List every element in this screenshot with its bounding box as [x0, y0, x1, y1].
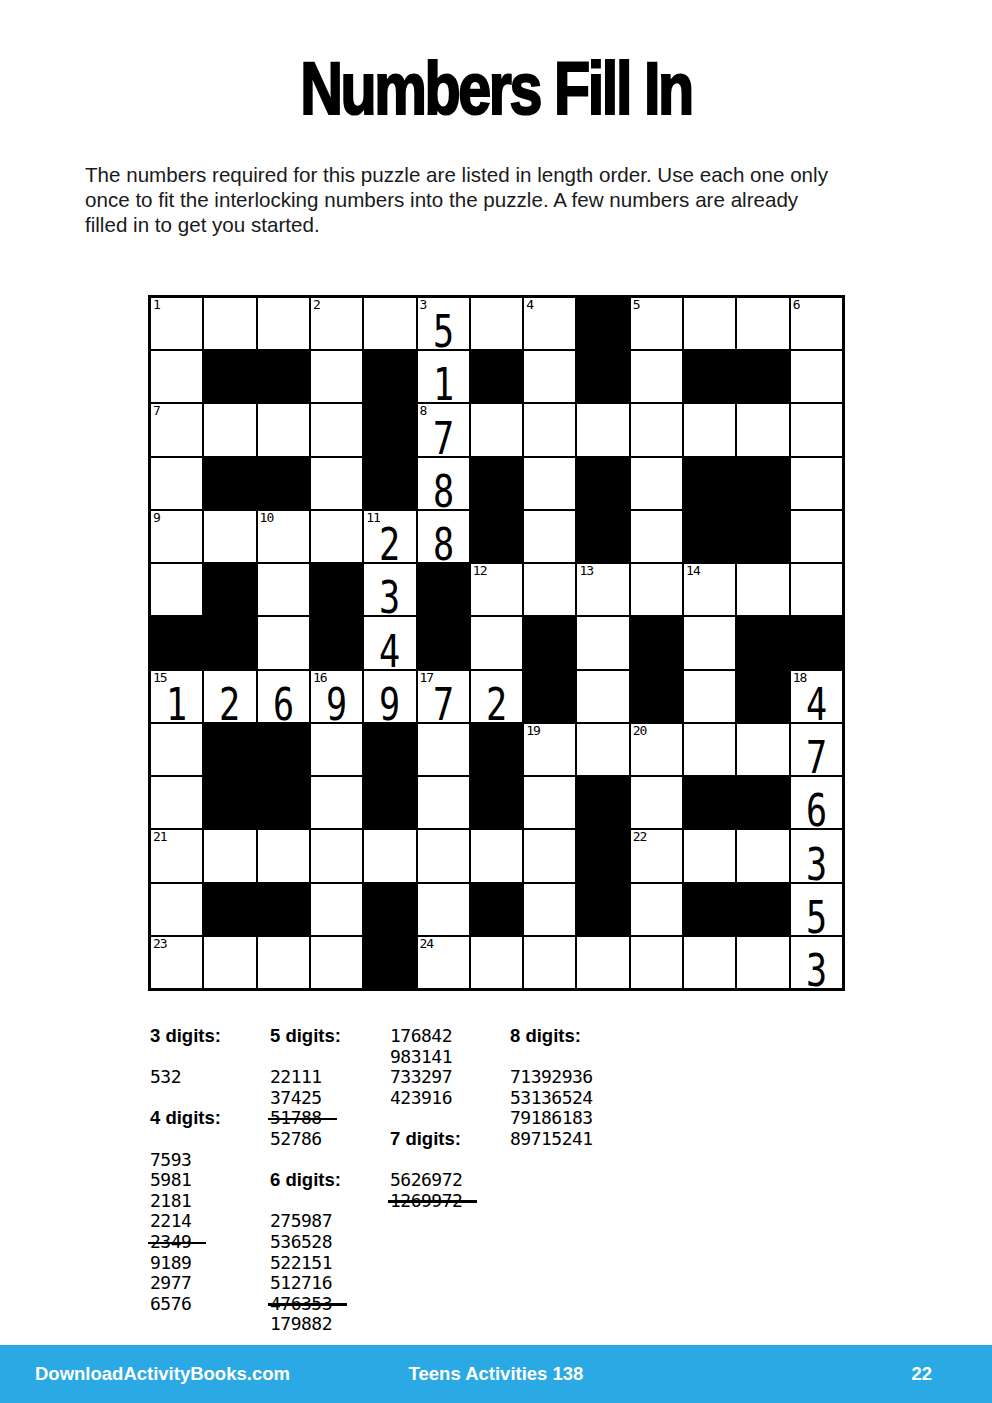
- grid-cell[interactable]: 13: [577, 564, 628, 615]
- number-lists: 3 digits:5324 digits:7593598121812214234…: [150, 1026, 630, 1335]
- list-number-text: 71392936: [510, 1067, 593, 1088]
- block-cell: [364, 724, 415, 775]
- grid-cell[interactable]: [684, 830, 735, 881]
- grid-cell[interactable]: [737, 564, 788, 615]
- grid-cell[interactable]: [311, 724, 362, 775]
- grid-cell[interactable]: 23: [151, 937, 202, 988]
- grid-cell[interactable]: [151, 724, 202, 775]
- grid-cell[interactable]: 5: [631, 298, 682, 349]
- list-number-text: 51788: [270, 1108, 322, 1129]
- block-cell: [258, 351, 309, 402]
- number-list-item: 179882: [270, 1314, 390, 1335]
- grid-cell[interactable]: [471, 404, 522, 455]
- grid-cell[interactable]: [524, 511, 575, 562]
- list-number-text: 983141: [390, 1047, 452, 1068]
- number-list-item: [390, 1150, 510, 1171]
- grid-cell[interactable]: [737, 404, 788, 455]
- puzzle-page: Numbers Fill In The numbers required for…: [0, 0, 992, 1403]
- grid-cell[interactable]: [737, 937, 788, 988]
- number-list-item: 79186183: [510, 1108, 630, 1129]
- list-number-text: 176842: [390, 1026, 452, 1047]
- number-list-header: 4 digits:: [150, 1108, 270, 1129]
- grid-cell[interactable]: 21: [151, 830, 202, 881]
- grid-cell[interactable]: [311, 351, 362, 402]
- list-number-text: 522151: [270, 1253, 332, 1274]
- block-cell: [737, 777, 788, 828]
- number-list-item: 423916: [390, 1088, 510, 1109]
- grid-cell[interactable]: 8: [418, 458, 469, 509]
- grid-cell[interactable]: 3: [791, 830, 842, 881]
- grid-cell[interactable]: [258, 830, 309, 881]
- number-list-item: 53136524: [510, 1088, 630, 1109]
- list-number-text: 2349: [150, 1232, 191, 1253]
- prefilled-digit: 5: [796, 895, 836, 940]
- grid-cell[interactable]: [524, 830, 575, 881]
- number-list-column: 3 digits:5324 digits:7593598121812214234…: [150, 1026, 270, 1335]
- number-list-item: 2214: [150, 1211, 270, 1232]
- grid-cell[interactable]: [524, 458, 575, 509]
- clue-number: 13: [579, 564, 593, 579]
- grid-cell[interactable]: 10: [258, 511, 309, 562]
- grid-cell[interactable]: [791, 564, 842, 615]
- grid-cell[interactable]: [631, 937, 682, 988]
- number-list-item: [510, 1047, 630, 1068]
- prefilled-digit: 9: [370, 682, 410, 727]
- number-list-item: [270, 1150, 390, 1171]
- grid-cell[interactable]: [471, 617, 522, 668]
- block-cell: [204, 564, 255, 615]
- grid-cell[interactable]: [204, 404, 255, 455]
- grid-cell[interactable]: 2: [471, 671, 522, 722]
- grid-cell[interactable]: 6: [791, 298, 842, 349]
- block-cell: [311, 617, 362, 668]
- list-number-text: 476353: [270, 1294, 332, 1315]
- grid-cell[interactable]: [204, 937, 255, 988]
- block-cell: [364, 458, 415, 509]
- block-cell: [791, 617, 842, 668]
- number-list-header: 5 digits:: [270, 1026, 390, 1047]
- grid-cell[interactable]: [258, 404, 309, 455]
- list-number-text: 37425: [270, 1088, 322, 1109]
- block-cell: [258, 884, 309, 935]
- grid-cell[interactable]: 5: [791, 884, 842, 935]
- grid-cell[interactable]: 3: [791, 937, 842, 988]
- grid-cell[interactable]: [631, 404, 682, 455]
- grid-cell[interactable]: [524, 937, 575, 988]
- grid-cell[interactable]: [311, 458, 362, 509]
- grid-cell[interactable]: 2: [311, 298, 362, 349]
- list-number-text: 79186183: [510, 1108, 593, 1129]
- list-number-text: 179882: [270, 1314, 332, 1335]
- grid-cell[interactable]: [524, 351, 575, 402]
- grid-cell[interactable]: [577, 724, 628, 775]
- number-list-item: [270, 1047, 390, 1068]
- footer-page-number: 22: [911, 1363, 932, 1385]
- block-cell: [737, 351, 788, 402]
- list-header-text: 5 digits:: [270, 1026, 341, 1047]
- grid-cell[interactable]: 20: [631, 724, 682, 775]
- block-cell: [684, 458, 735, 509]
- grid-cell[interactable]: 1: [418, 351, 469, 402]
- grid-cell[interactable]: [684, 617, 735, 668]
- puzzle-grid: 1235456178789101128312131441512616991772…: [148, 295, 845, 991]
- grid-cell[interactable]: [791, 511, 842, 562]
- clue-number: 19: [526, 724, 540, 739]
- list-number-text: 9189: [150, 1253, 191, 1274]
- block-cell: [577, 511, 628, 562]
- prefilled-digit: 2: [370, 522, 410, 567]
- grid-cell[interactable]: [151, 777, 202, 828]
- grid-cell[interactable]: [524, 404, 575, 455]
- number-list-item: 89715241: [510, 1129, 630, 1150]
- number-list-item: 176842: [390, 1026, 510, 1047]
- prefilled-digit: 2: [476, 682, 516, 727]
- clue-number: 7: [153, 404, 160, 419]
- list-number-text: 89715241: [510, 1129, 593, 1150]
- footer-website: DownloadActivityBooks.com: [35, 1363, 290, 1385]
- grid-cell[interactable]: [418, 830, 469, 881]
- grid-cell[interactable]: [204, 830, 255, 881]
- grid-cell[interactable]: [471, 830, 522, 881]
- number-list-item: 6576: [150, 1294, 270, 1315]
- number-list-item: [270, 1191, 390, 1212]
- footer-book-title: Teens Activities 138: [409, 1363, 584, 1385]
- block-cell: [364, 884, 415, 935]
- block-cell: [471, 884, 522, 935]
- grid-cell[interactable]: [684, 724, 735, 775]
- list-number-text: 532: [150, 1067, 181, 1088]
- grid-cell[interactable]: [471, 937, 522, 988]
- clue-number: 20: [633, 724, 647, 739]
- grid-cell[interactable]: [311, 884, 362, 935]
- grid-cell[interactable]: 8: [418, 511, 469, 562]
- grid-cell[interactable]: [684, 937, 735, 988]
- list-number-text: 53136524: [510, 1088, 593, 1109]
- grid-cell[interactable]: [364, 298, 415, 349]
- prefilled-digit: 8: [423, 522, 463, 567]
- block-cell: [204, 777, 255, 828]
- list-number-text: 1269972: [390, 1191, 462, 1212]
- grid-cell[interactable]: [524, 564, 575, 615]
- list-number-text: 52786: [270, 1129, 322, 1150]
- grid-cell[interactable]: [791, 351, 842, 402]
- block-cell: [684, 884, 735, 935]
- grid-cell[interactable]: 169: [311, 671, 362, 722]
- grid-cell[interactable]: [631, 564, 682, 615]
- clue-number: 23: [153, 937, 167, 952]
- block-cell: [577, 777, 628, 828]
- grid-cell[interactable]: [364, 830, 415, 881]
- grid-cell[interactable]: 184: [791, 671, 842, 722]
- grid-cell[interactable]: [471, 298, 522, 349]
- block-cell: [204, 351, 255, 402]
- number-list-item: 512716: [270, 1273, 390, 1294]
- clue-number: 4: [526, 298, 533, 313]
- number-list-item: 1269972: [390, 1191, 510, 1212]
- grid-cell[interactable]: [204, 511, 255, 562]
- grid-cell[interactable]: 24: [418, 937, 469, 988]
- grid-cell[interactable]: [258, 564, 309, 615]
- block-cell: [151, 617, 202, 668]
- number-list-item: 275987: [270, 1211, 390, 1232]
- prefilled-digit: 4: [796, 682, 836, 727]
- grid-cell[interactable]: [577, 937, 628, 988]
- grid-cell[interactable]: 177: [418, 671, 469, 722]
- number-list-item: 532: [150, 1067, 270, 1088]
- block-cell: [524, 617, 575, 668]
- number-list-header: 6 digits:: [270, 1170, 390, 1191]
- grid-cell[interactable]: [418, 724, 469, 775]
- list-number-text: 2214: [150, 1211, 191, 1232]
- block-cell: [737, 884, 788, 935]
- grid-cell[interactable]: 6: [791, 777, 842, 828]
- number-list-column: 5 digits:221113742551788527866 digits:27…: [270, 1026, 390, 1335]
- list-header-text: 3 digits:: [150, 1026, 221, 1047]
- number-list-item: 5626972: [390, 1170, 510, 1191]
- grid-cell[interactable]: [311, 511, 362, 562]
- instructions-line: filled in to get you started.: [85, 212, 955, 237]
- grid-cell[interactable]: 7: [151, 404, 202, 455]
- number-list-item: 37425: [270, 1088, 390, 1109]
- clue-number: 24: [420, 937, 434, 952]
- grid-cell[interactable]: 9: [151, 511, 202, 562]
- prefilled-digit: 3: [370, 575, 410, 620]
- block-cell: [471, 351, 522, 402]
- grid-cell[interactable]: [418, 777, 469, 828]
- number-list-item: 5981: [150, 1170, 270, 1191]
- footer-bar: DownloadActivityBooks.com Teens Activiti…: [0, 1345, 992, 1403]
- instructions: The numbers required for this puzzle are…: [85, 162, 955, 237]
- clue-number: 10: [260, 511, 274, 526]
- number-list-item: 51788: [270, 1108, 390, 1129]
- block-cell: [684, 351, 735, 402]
- grid-cell[interactable]: 151: [151, 671, 202, 722]
- block-cell: [471, 777, 522, 828]
- grid-cell[interactable]: [791, 404, 842, 455]
- grid-cell[interactable]: [151, 884, 202, 935]
- grid-cell[interactable]: [577, 671, 628, 722]
- clue-number: 14: [686, 564, 700, 579]
- grid-cell[interactable]: [737, 724, 788, 775]
- number-list-header: 8 digits:: [510, 1026, 630, 1047]
- prefilled-digit: 3: [796, 842, 836, 887]
- grid-cell[interactable]: [577, 617, 628, 668]
- block-cell: [258, 777, 309, 828]
- grid-cell[interactable]: [258, 298, 309, 349]
- grid-cell[interactable]: [631, 351, 682, 402]
- list-number-text: 536528: [270, 1232, 332, 1253]
- block-cell: [577, 884, 628, 935]
- prefilled-digit: 7: [796, 735, 836, 780]
- grid-cell[interactable]: 9: [364, 671, 415, 722]
- block-cell: [737, 671, 788, 722]
- number-list-item: 22111: [270, 1067, 390, 1088]
- grid-cell[interactable]: [631, 884, 682, 935]
- number-list-item: 476353: [270, 1294, 390, 1315]
- list-number-text: 275987: [270, 1211, 332, 1232]
- grid-cell[interactable]: [577, 404, 628, 455]
- number-list-item: 983141: [390, 1047, 510, 1068]
- grid-cell[interactable]: [684, 298, 735, 349]
- block-cell: [577, 351, 628, 402]
- block-cell: [364, 404, 415, 455]
- grid-cell[interactable]: [311, 404, 362, 455]
- number-list-item: 7593: [150, 1150, 270, 1171]
- list-number-text: 423916: [390, 1088, 452, 1109]
- grid-cell[interactable]: [311, 937, 362, 988]
- block-cell: [471, 724, 522, 775]
- number-list-item: [150, 1129, 270, 1150]
- number-list-header: 3 digits:: [150, 1026, 270, 1047]
- prefilled-digit: 7: [423, 416, 463, 461]
- block-cell: [524, 671, 575, 722]
- clue-number: 22: [633, 830, 647, 845]
- prefilled-digit: 3: [796, 948, 836, 993]
- grid-cell[interactable]: 12: [471, 564, 522, 615]
- prefilled-digit: 5: [423, 309, 463, 354]
- grid-cell[interactable]: [204, 298, 255, 349]
- clue-number: 12: [473, 564, 487, 579]
- list-header-text: 7 digits:: [390, 1129, 461, 1150]
- prefilled-digit: 1: [157, 682, 197, 727]
- clue-number: 9: [153, 511, 160, 526]
- number-list-item: [150, 1047, 270, 1068]
- block-cell: [684, 511, 735, 562]
- number-list-item: 536528: [270, 1232, 390, 1253]
- grid-cell[interactable]: 4: [364, 617, 415, 668]
- list-number-text: 2181: [150, 1191, 191, 1212]
- block-cell: [737, 617, 788, 668]
- list-header-text: 4 digits:: [150, 1108, 221, 1129]
- block-cell: [737, 511, 788, 562]
- grid-cell[interactable]: 4: [524, 298, 575, 349]
- number-list-item: 9189: [150, 1253, 270, 1274]
- number-list-item: 71392936: [510, 1067, 630, 1088]
- instructions-line: The numbers required for this puzzle are…: [85, 162, 955, 187]
- grid-cell[interactable]: 35: [418, 298, 469, 349]
- block-cell: [471, 511, 522, 562]
- grid-cell[interactable]: 6: [258, 671, 309, 722]
- grid-cell[interactable]: 19: [524, 724, 575, 775]
- prefilled-digit: 4: [370, 629, 410, 674]
- grid-cell[interactable]: [631, 511, 682, 562]
- clue-number: 21: [153, 830, 167, 845]
- prefilled-digit: 6: [263, 682, 303, 727]
- prefilled-digit: 2: [210, 682, 250, 727]
- list-number-text: 6576: [150, 1294, 191, 1315]
- page-title: Numbers Fill In: [99, 52, 893, 126]
- list-number-text: 733297: [390, 1067, 452, 1088]
- prefilled-digit: 9: [317, 682, 357, 727]
- block-cell: [418, 564, 469, 615]
- number-list-item: 522151: [270, 1253, 390, 1274]
- number-list-item: [150, 1088, 270, 1109]
- grid-cell[interactable]: 14: [684, 564, 735, 615]
- grid-cell[interactable]: 1: [151, 298, 202, 349]
- list-number-text: 5626972: [390, 1170, 462, 1191]
- list-header-text: 6 digits:: [270, 1170, 341, 1191]
- number-list-item: 52786: [270, 1129, 390, 1150]
- list-header-text: 8 digits:: [510, 1026, 581, 1047]
- list-number-text: 5981: [150, 1170, 191, 1191]
- grid-cell[interactable]: [737, 830, 788, 881]
- block-cell: [364, 351, 415, 402]
- block-cell: [204, 884, 255, 935]
- number-list-item: 2349: [150, 1232, 270, 1253]
- block-cell: [418, 617, 469, 668]
- grid-cell[interactable]: 112: [364, 511, 415, 562]
- prefilled-digit: 8: [423, 469, 463, 514]
- list-number-text: 7593: [150, 1150, 191, 1171]
- clue-number: 1: [153, 298, 160, 313]
- grid-cell[interactable]: [418, 884, 469, 935]
- grid-cell[interactable]: [524, 777, 575, 828]
- number-list-item: 2977: [150, 1273, 270, 1294]
- grid-cell[interactable]: [151, 351, 202, 402]
- clue-number: 6: [793, 298, 800, 313]
- grid-cell[interactable]: [524, 884, 575, 935]
- block-cell: [577, 458, 628, 509]
- grid-cell[interactable]: [151, 564, 202, 615]
- block-cell: [631, 617, 682, 668]
- grid-cell[interactable]: [258, 937, 309, 988]
- grid-cell[interactable]: [631, 777, 682, 828]
- list-number-text: 22111: [270, 1067, 322, 1088]
- block-cell: [204, 617, 255, 668]
- clue-number: 2: [313, 298, 320, 313]
- block-cell: [684, 777, 735, 828]
- instructions-line: once to fit the interlocking numbers int…: [85, 187, 955, 212]
- block-cell: [631, 671, 682, 722]
- block-cell: [737, 458, 788, 509]
- block-cell: [204, 458, 255, 509]
- prefilled-digit: 7: [423, 682, 463, 727]
- number-list-item: 2181: [150, 1191, 270, 1212]
- number-list-column: 8 digits:7139293653136524791861838971524…: [510, 1026, 630, 1335]
- number-list-header: 7 digits:: [390, 1129, 510, 1150]
- grid-cell[interactable]: [631, 458, 682, 509]
- block-cell: [577, 298, 628, 349]
- grid-cell[interactable]: [311, 830, 362, 881]
- number-list-item: [390, 1108, 510, 1129]
- block-cell: [577, 830, 628, 881]
- block-cell: [258, 724, 309, 775]
- block-cell: [471, 458, 522, 509]
- prefilled-digit: 1: [423, 362, 463, 407]
- block-cell: [364, 937, 415, 988]
- grid-cell[interactable]: 87: [418, 404, 469, 455]
- grid-cell[interactable]: [684, 404, 735, 455]
- prefilled-digit: 6: [796, 788, 836, 833]
- grid-cell[interactable]: [258, 617, 309, 668]
- list-number-text: 512716: [270, 1273, 332, 1294]
- block-cell: [364, 777, 415, 828]
- grid-cell[interactable]: [684, 671, 735, 722]
- grid-cell[interactable]: [791, 458, 842, 509]
- number-list-item: 733297: [390, 1067, 510, 1088]
- list-number-text: 2977: [150, 1273, 191, 1294]
- grid-cell[interactable]: 2: [204, 671, 255, 722]
- grid-cell[interactable]: [737, 298, 788, 349]
- grid-cell[interactable]: [151, 458, 202, 509]
- grid-cell[interactable]: [311, 777, 362, 828]
- grid-cell[interactable]: 7: [791, 724, 842, 775]
- grid-cell[interactable]: 22: [631, 830, 682, 881]
- grid-cell[interactable]: 3: [364, 564, 415, 615]
- block-cell: [204, 724, 255, 775]
- number-list-column: 1768429831417332974239167 digits:5626972…: [390, 1026, 510, 1335]
- block-cell: [258, 458, 309, 509]
